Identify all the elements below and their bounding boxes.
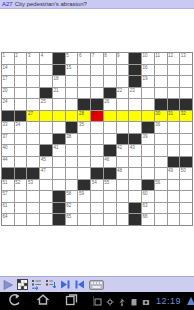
cell-number: 28: [79, 111, 84, 116]
cell-r7c13[interactable]: 36: [155, 122, 167, 133]
cell-r15c7[interactable]: [78, 214, 90, 225]
cell-number: 17: [3, 76, 8, 81]
cell-r5c12[interactable]: [142, 99, 154, 110]
cell-r6c7[interactable]: 28: [78, 111, 90, 122]
cell-r2c10[interactable]: [117, 65, 129, 76]
black-cell-r8c10: [117, 134, 129, 145]
cell-r12c14[interactable]: [168, 180, 180, 191]
cell-number: 34: [15, 122, 20, 127]
cell-number: 20: [3, 88, 8, 93]
cell-r2c7[interactable]: [78, 65, 90, 76]
cell-r3c5[interactable]: 18: [53, 76, 65, 87]
cell-r7c1[interactable]: 33: [2, 122, 14, 133]
cell-r14c10[interactable]: [117, 203, 129, 214]
cell-number: 57: [3, 191, 8, 196]
cell-number: 10: [143, 53, 148, 58]
cast-icon: [94, 292, 102, 310]
cell-r9c14[interactable]: [168, 145, 180, 156]
grid-icon[interactable]: [17, 279, 28, 290]
cell-r4c2[interactable]: [15, 88, 27, 99]
cell-number: 43: [130, 145, 135, 150]
cell-r12c5[interactable]: [53, 180, 65, 191]
cell-r7c4[interactable]: [40, 122, 52, 133]
cell-number: 47: [41, 168, 46, 173]
cell-r12c11[interactable]: [129, 180, 141, 191]
cell-number: 66: [143, 214, 148, 219]
cell-r13c2[interactable]: [15, 191, 27, 202]
cell-r11c12[interactable]: [142, 168, 154, 179]
cell-number: 55: [104, 180, 109, 185]
cell-number: 19: [143, 76, 148, 81]
cell-r15c1[interactable]: 64: [2, 214, 14, 225]
puzzle-toolbar: [0, 276, 194, 292]
cell-r7c15[interactable]: [180, 122, 192, 133]
black-cell-r11c2: [15, 168, 27, 179]
cell-r3c10[interactable]: [117, 76, 129, 87]
cell-number: 15: [66, 65, 71, 70]
black-cell-r5c13: [155, 99, 167, 110]
cell-r13c15[interactable]: [180, 191, 192, 202]
cell-number: 23: [130, 88, 135, 93]
cell-number: 61: [3, 203, 8, 208]
cell-number: 8: [104, 53, 107, 58]
cell-r6c14[interactable]: 31: [168, 111, 180, 122]
cell-r4c13[interactable]: [155, 88, 167, 99]
usb-icon: [118, 292, 126, 310]
crossword-board[interactable]: 1234567891011121314151617181920212223242…: [1, 52, 193, 226]
black-cell-r11c8: [91, 168, 103, 179]
cell-number: 2: [15, 53, 18, 58]
cell-r7c11[interactable]: [129, 122, 141, 133]
cell-number: 38: [66, 134, 71, 139]
cell-r7c9[interactable]: [104, 122, 116, 133]
cell-r14c9[interactable]: [104, 203, 116, 214]
cell-r15c14[interactable]: [168, 214, 180, 225]
cell-r12c2[interactable]: 52: [15, 180, 27, 191]
black-cell-r8c11: [129, 134, 141, 145]
cell-r15c8[interactable]: [91, 214, 103, 225]
cell-r6c11[interactable]: [129, 111, 141, 122]
cell-r10c10[interactable]: [117, 157, 129, 168]
cell-r3c7[interactable]: [78, 76, 90, 87]
cell-r8c12[interactable]: 39: [142, 134, 154, 145]
cell-r1c8[interactable]: 7: [91, 53, 103, 64]
cell-r12c6[interactable]: [66, 180, 78, 191]
black-cell-r1c11: [129, 53, 141, 64]
black-cell-r14c11: [129, 203, 141, 214]
cell-r12c10[interactable]: [117, 180, 129, 191]
black-cell-r5c7: [78, 99, 90, 110]
cell-r1c6[interactable]: 5: [66, 53, 78, 64]
cell-number: 37: [3, 134, 8, 139]
cell-r4c3[interactable]: [27, 88, 39, 99]
clock[interactable]: 12:19: [156, 296, 181, 306]
cell-r10c5[interactable]: [53, 157, 65, 168]
cell-number: 60: [143, 191, 148, 196]
black-cell-r2c11: [129, 65, 141, 76]
cell-r2c1[interactable]: 14: [2, 65, 14, 76]
black-cell-r11c3: [27, 168, 39, 179]
skip-forward-icon[interactable]: [59, 279, 71, 290]
cell-r13c12[interactable]: 60: [142, 191, 154, 202]
cell-number: 63: [143, 203, 148, 208]
cell-r14c2[interactable]: [15, 203, 27, 214]
cell-r7c10[interactable]: [117, 122, 129, 133]
cell-r10c8[interactable]: [91, 157, 103, 168]
cell-r7c7[interactable]: 35: [78, 122, 90, 133]
cell-r11c15[interactable]: 50: [180, 168, 192, 179]
cell-r9c1[interactable]: 40: [2, 145, 14, 156]
cell-number: 29: [92, 111, 97, 116]
cell-r13c1[interactable]: 57: [2, 191, 14, 202]
cell-r8c15[interactable]: [180, 134, 192, 145]
cell-r3c6[interactable]: [66, 76, 78, 87]
clue-number: A27: [2, 0, 13, 9]
cell-number: 14: [3, 65, 8, 70]
cell-r15c4[interactable]: [40, 214, 52, 225]
cell-r10c4[interactable]: 45: [40, 157, 52, 168]
cell-r3c3[interactable]: [27, 76, 39, 87]
cell-r10c3[interactable]: [27, 157, 39, 168]
cell-r5c1[interactable]: 24: [2, 99, 14, 110]
cell-r11c13[interactable]: [155, 168, 167, 179]
cell-r8c14[interactable]: [168, 134, 180, 145]
cell-r2c13[interactable]: [155, 65, 167, 76]
cell-r15c12[interactable]: 66: [142, 214, 154, 225]
cell-r14c7[interactable]: [78, 203, 90, 214]
cell-r13c3[interactable]: [27, 191, 39, 202]
cell-r15c9[interactable]: [104, 214, 116, 225]
cell-r15c13[interactable]: [155, 214, 167, 225]
cell-r6c13[interactable]: 30: [155, 111, 167, 122]
cell-r9c2[interactable]: [15, 145, 27, 156]
cell-number: 30: [155, 111, 160, 116]
cell-r12c3[interactable]: 53: [27, 180, 39, 191]
cell-r14c13[interactable]: [155, 203, 167, 214]
cell-r7c5[interactable]: [53, 122, 65, 133]
black-cell-r9c9: [104, 145, 116, 156]
cell-r3c13[interactable]: [155, 76, 167, 87]
android-system-bar: 12:19: [0, 292, 194, 310]
cell-r12c1[interactable]: 51: [2, 180, 14, 191]
cell-r14c14[interactable]: [168, 203, 180, 214]
cell-number: 40: [3, 145, 8, 150]
cell-number: 6: [79, 53, 82, 58]
cell-number: 25: [41, 99, 46, 104]
cell-r15c3[interactable]: [27, 214, 39, 225]
cell-r7c2[interactable]: 34: [15, 122, 27, 133]
cell-r5c11[interactable]: [129, 99, 141, 110]
cell-r15c10[interactable]: [117, 214, 129, 225]
cell-r11c6[interactable]: [66, 168, 78, 179]
cell-r4c14[interactable]: [168, 88, 180, 99]
cell-r13c6[interactable]: 58: [66, 191, 78, 202]
cell-r10c13[interactable]: [155, 157, 167, 168]
black-cell-r5c14: [168, 99, 180, 110]
black-cell-r4c4: [40, 88, 52, 99]
cell-r13c13[interactable]: [155, 191, 167, 202]
cell-r14c6[interactable]: 62: [66, 203, 78, 214]
home-icon[interactable]: [36, 292, 50, 310]
cell-number: 44: [3, 157, 8, 162]
black-cell-r4c9: [104, 88, 116, 99]
cell-r1c7[interactable]: 6: [78, 53, 90, 64]
cell-r7c8[interactable]: [91, 122, 103, 133]
cell-r8c2[interactable]: [15, 134, 27, 145]
active-clue-bar[interactable]: A27 City pedestrian's abrasion?: [0, 0, 194, 9]
cell-r13c4[interactable]: [40, 191, 52, 202]
cell-r3c8[interactable]: [91, 76, 103, 87]
cell-number: 26: [104, 99, 109, 104]
cell-r15c6[interactable]: 65: [66, 214, 78, 225]
skip-back-icon[interactable]: [74, 279, 86, 290]
cell-number: 11: [155, 53, 160, 58]
cell-r3c15[interactable]: [180, 76, 192, 87]
cell-r11c11[interactable]: [129, 168, 141, 179]
cell-number: 13: [181, 53, 186, 58]
cell-r13c14[interactable]: [168, 191, 180, 202]
cell-r11c10[interactable]: 48: [117, 168, 129, 179]
cell-r10c1[interactable]: 44: [2, 157, 14, 168]
cell-r1c12[interactable]: 10: [142, 53, 154, 64]
cell-r4c10[interactable]: 22: [117, 88, 129, 99]
wifi-icon: [187, 297, 194, 305]
cell-r2c3[interactable]: [27, 65, 39, 76]
cell-r9c8[interactable]: [91, 145, 103, 156]
cell-r1c3[interactable]: 3: [27, 53, 39, 64]
cell-r11c7[interactable]: [78, 168, 90, 179]
cell-r7c14[interactable]: [168, 122, 180, 133]
cell-r6c12[interactable]: [142, 111, 154, 122]
black-cell-r15c11: [129, 214, 141, 225]
cell-r1c14[interactable]: 12: [168, 53, 180, 64]
cell-r12c8[interactable]: 54: [91, 180, 103, 191]
cell-r8c8[interactable]: [91, 134, 103, 145]
cell-number: 9: [117, 53, 120, 58]
status-area[interactable]: 12:19: [94, 292, 194, 310]
cell-r6c8[interactable]: 29: [91, 111, 103, 122]
cell-r4c1[interactable]: 20: [2, 88, 14, 99]
cell-r1c9[interactable]: 8: [104, 53, 116, 64]
cell-r6c9[interactable]: [104, 111, 116, 122]
cell-r14c1[interactable]: 61: [2, 203, 14, 214]
cell-r10c2[interactable]: [15, 157, 27, 168]
black-cell-r7c6: [66, 122, 78, 133]
cell-r2c14[interactable]: [168, 65, 180, 76]
cell-number: 3: [28, 53, 31, 58]
cell-r11c14[interactable]: 49: [168, 168, 180, 179]
cell-r2c4[interactable]: [40, 65, 52, 76]
cell-r4c12[interactable]: [142, 88, 154, 99]
cell-r4c7[interactable]: [78, 88, 90, 99]
cell-r10c6[interactable]: [66, 157, 78, 168]
cell-number: 1: [3, 53, 6, 58]
crossword-app-screen: A27 City pedestrian's abrasion? 12345678…: [0, 0, 194, 310]
cell-number: 45: [41, 157, 46, 162]
cell-r14c15[interactable]: [180, 203, 192, 214]
cell-r10c9[interactable]: 46: [104, 157, 116, 168]
cell-r9c7[interactable]: [78, 145, 90, 156]
cell-number: 65: [66, 214, 71, 219]
black-cell-r15c5: [53, 214, 65, 225]
recents-icon[interactable]: [65, 292, 78, 310]
cell-r9c5[interactable]: 41: [53, 145, 65, 156]
cell-r5c4[interactable]: 25: [40, 99, 52, 110]
cell-r12c15[interactable]: [180, 180, 192, 191]
cell-r8c4[interactable]: [40, 134, 52, 145]
cell-r5c10[interactable]: [117, 99, 129, 110]
cell-r4c8[interactable]: [91, 88, 103, 99]
cell-number: 54: [92, 180, 97, 185]
cell-number: 36: [155, 122, 160, 127]
cell-r5c3[interactable]: [27, 99, 39, 110]
cell-number: 48: [117, 168, 122, 173]
cell-r15c2[interactable]: [15, 214, 27, 225]
cell-r1c15[interactable]: 13: [180, 53, 192, 64]
black-cell-r2c5: [53, 65, 65, 76]
cell-r5c2[interactable]: [15, 99, 27, 110]
black-cell-r3c11: [129, 76, 141, 87]
gear-icon: [106, 292, 114, 310]
cell-r1c4[interactable]: 4: [40, 53, 52, 64]
cell-r4c11[interactable]: 23: [129, 88, 141, 99]
cell-r12c4[interactable]: [40, 180, 52, 191]
cell-r9c13[interactable]: [155, 145, 167, 156]
cell-r9c3[interactable]: [27, 145, 39, 156]
nav-buttons: [8, 292, 94, 310]
cell-r3c12[interactable]: 19: [142, 76, 154, 87]
across-clues-icon[interactable]: [31, 279, 42, 290]
cell-r2c9[interactable]: [104, 65, 116, 76]
cell-number: 22: [117, 88, 122, 93]
keyboard-icon[interactable]: [89, 280, 104, 290]
cell-number: 42: [117, 145, 122, 150]
cell-r11c5[interactable]: [53, 168, 65, 179]
cell-r11c4[interactable]: 47: [40, 168, 52, 179]
cell-r12c13[interactable]: 56: [155, 180, 167, 191]
cell-r1c10[interactable]: 9: [117, 53, 129, 64]
cell-r3c9[interactable]: [104, 76, 116, 87]
cell-number: 64: [3, 214, 8, 219]
cell-r9c12[interactable]: [142, 145, 154, 156]
cell-r8c3[interactable]: [27, 134, 39, 145]
cell-r13c9[interactable]: [104, 191, 116, 202]
cell-r8c7[interactable]: [78, 134, 90, 145]
cell-r3c4[interactable]: [40, 76, 52, 87]
cell-r6c10[interactable]: [117, 111, 129, 122]
cell-number: 18: [53, 76, 58, 81]
cell-number: 58: [66, 191, 71, 196]
cell-r2c6[interactable]: 15: [66, 65, 78, 76]
cell-number: 62: [66, 203, 71, 208]
cell-r6c6[interactable]: [66, 111, 78, 122]
black-cell-r12c12: [142, 180, 154, 191]
cell-r7c3[interactable]: [27, 122, 39, 133]
cell-r8c13[interactable]: [155, 134, 167, 145]
cell-r15c15[interactable]: [180, 214, 192, 225]
cell-r12c9[interactable]: 55: [104, 180, 116, 191]
cell-number: 27: [28, 111, 33, 116]
cell-r14c12[interactable]: 63: [142, 203, 154, 214]
cell-number: 53: [28, 180, 33, 185]
cell-r13c7[interactable]: 59: [78, 191, 90, 202]
cell-r1c13[interactable]: 11: [155, 53, 167, 64]
cell-r6c5[interactable]: [53, 111, 65, 122]
cell-number: 41: [53, 145, 58, 150]
cell-number: 51: [3, 180, 8, 185]
cell-number: 33: [3, 122, 8, 127]
black-cell-r10c15: [180, 157, 192, 168]
cell-number: 56: [155, 180, 160, 185]
cell-r5c9[interactable]: 26: [104, 99, 116, 110]
cell-number: 12: [168, 53, 173, 58]
cell-r10c11[interactable]: [129, 157, 141, 168]
cell-r13c11[interactable]: [129, 191, 141, 202]
cell-r14c8[interactable]: [91, 203, 103, 214]
cell-r5c6[interactable]: [66, 99, 78, 110]
cell-r9c15[interactable]: [180, 145, 192, 156]
cell-r2c15[interactable]: [180, 65, 192, 76]
cell-number: 24: [3, 99, 8, 104]
cell-r4c6[interactable]: [66, 88, 78, 99]
cell-r9c11[interactable]: 43: [129, 145, 141, 156]
cell-r4c5[interactable]: 21: [53, 88, 65, 99]
cell-r2c12[interactable]: 16: [142, 65, 154, 76]
cell-r13c10[interactable]: [117, 191, 129, 202]
cell-r2c8[interactable]: [91, 65, 103, 76]
cell-r14c3[interactable]: [27, 203, 39, 214]
black-cell-r11c9: [104, 168, 116, 179]
cell-r6c3[interactable]: 27: [27, 111, 39, 122]
cell-r6c4[interactable]: [40, 111, 52, 122]
cell-number: 52: [15, 180, 20, 185]
back-icon[interactable]: [8, 292, 21, 310]
cell-r1c1[interactable]: 1: [2, 53, 14, 64]
storage-icon: [130, 292, 138, 310]
cell-r9c6[interactable]: [66, 145, 78, 156]
cell-r3c14[interactable]: [168, 76, 180, 87]
cell-number: 16: [143, 65, 148, 70]
cell-number: 7: [92, 53, 95, 58]
cell-r6c15[interactable]: 32: [180, 111, 192, 122]
black-cell-r11c1: [2, 168, 14, 179]
cell-r8c1[interactable]: 37: [2, 134, 14, 145]
cell-r10c12[interactable]: [142, 157, 154, 168]
cell-r10c7[interactable]: [78, 157, 90, 168]
cell-r8c9[interactable]: [104, 134, 116, 145]
black-cell-r14c5: [53, 203, 65, 214]
cell-number: 39: [143, 134, 148, 139]
cell-number: 35: [79, 122, 84, 127]
cell-number: 49: [168, 168, 173, 173]
cell-number: 21: [53, 88, 58, 93]
black-cell-r8c5: [53, 134, 65, 145]
play-icon[interactable]: [2, 279, 14, 291]
cell-r3c1[interactable]: 17: [2, 76, 14, 87]
cell-r4c15[interactable]: [180, 88, 192, 99]
cell-r9c10[interactable]: 42: [117, 145, 129, 156]
down-clues-icon[interactable]: [45, 279, 56, 290]
black-cell-r12c7: [78, 180, 90, 191]
cell-number: 50: [181, 168, 186, 173]
cell-r13c8[interactable]: [91, 191, 103, 202]
cell-r8c6[interactable]: 38: [66, 134, 78, 145]
cell-r14c4[interactable]: [40, 203, 52, 214]
cell-r3c2[interactable]: [15, 76, 27, 87]
cell-r1c2[interactable]: 2: [15, 53, 27, 64]
cell-r5c5[interactable]: [53, 99, 65, 110]
cell-r2c2[interactable]: [15, 65, 27, 76]
